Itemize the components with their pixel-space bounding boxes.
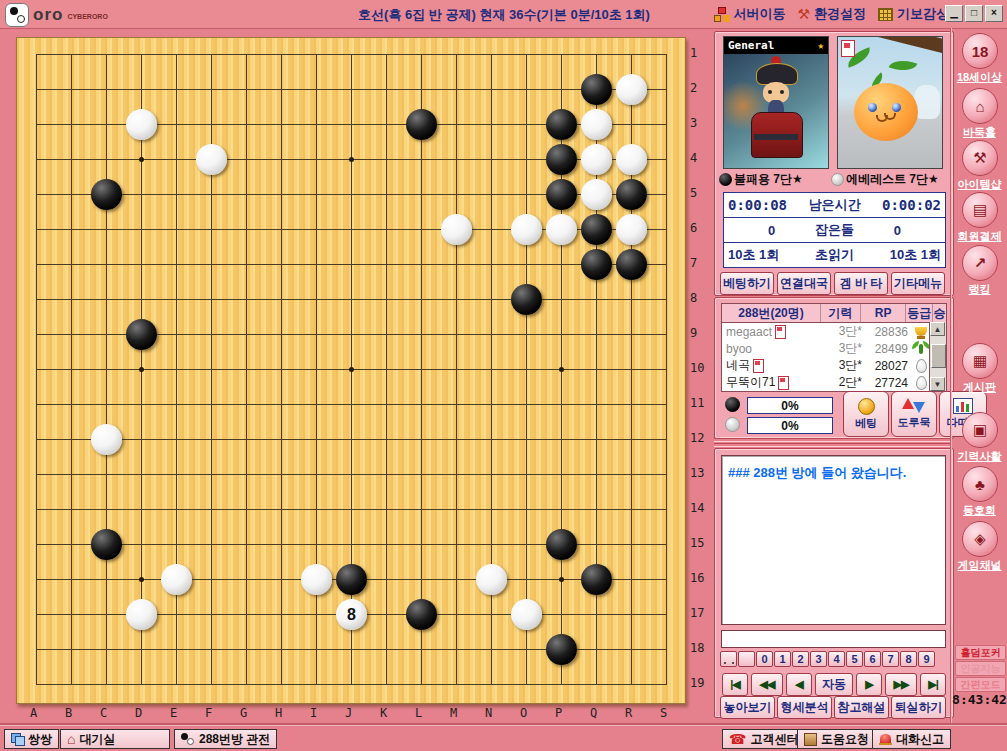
rail-label-게시판[interactable]: 게시판	[952, 380, 1007, 395]
stone-P6-white	[546, 214, 577, 245]
grid-line	[36, 404, 667, 405]
nav-first-button[interactable]: |◀	[722, 673, 748, 696]
col-rank: 기력	[821, 304, 861, 322]
nav-auto-button[interactable]: 자동	[815, 673, 853, 696]
digit-button-4[interactable]: 4	[828, 651, 845, 667]
player-row-megaact[interactable]: megaact3단*28836	[722, 323, 946, 340]
chat-input[interactable]	[721, 630, 946, 648]
oro-logo-icon	[5, 3, 29, 27]
player-rank: 3단*	[822, 323, 862, 340]
col-label-G: G	[240, 706, 247, 720]
rail-label-바둑홀[interactable]: 바둑홀	[952, 125, 1007, 140]
grid-line	[526, 54, 527, 685]
white-player-avatar	[837, 36, 943, 169]
replay-nav: |◀ ◀◀ ◀ 자동 ▶ ▶▶ ▶|	[722, 673, 946, 696]
tab-lobby[interactable]: ⌂ 대기실	[60, 729, 170, 749]
digit-button-1[interactable]: 1	[774, 651, 791, 667]
rail-icon-회원결제: ▤	[962, 192, 998, 228]
rail-icon-게임채널: ◈	[962, 521, 998, 557]
room-button-2[interactable]: 겜 바 타	[834, 272, 888, 295]
stone-L17-black	[406, 599, 437, 630]
oro-logo: oro CYBERORO	[5, 3, 108, 27]
remaining-time-label: 남은시간	[809, 196, 861, 214]
stone-O6-white	[511, 214, 542, 245]
player-rank: 3단*	[822, 340, 862, 357]
rail-3[interactable]: ⚒	[957, 140, 1003, 176]
scroll-thumb[interactable]	[931, 344, 946, 368]
row-label-15: 15	[690, 536, 704, 550]
room-panel: 288번(20명) 기력 RP 등급 승 megaact3단*28836byoo…	[714, 297, 954, 439]
stone-Q6-black	[581, 214, 612, 245]
digit-button-8[interactable]: 8	[900, 651, 917, 667]
network-icon	[714, 7, 729, 21]
avatar-title: General ★	[724, 37, 828, 54]
row-label-7: 7	[690, 256, 697, 270]
player-list-header: 288번(20명) 기력 RP 등급 승	[722, 304, 946, 323]
col-label-F: F	[205, 706, 212, 720]
tab-ssang-ssang[interactable]: 쌍쌍	[4, 729, 59, 749]
player-list: 288번(20명) 기력 RP 등급 승 megaact3단*28836byoo…	[721, 303, 947, 392]
players-panel: General ★ 불패용 7단★ 에베레스트 7단★	[714, 31, 954, 296]
general-character-image	[724, 54, 828, 168]
col-label-P: P	[555, 706, 562, 720]
rail-label-게임채널[interactable]: 게임채널	[952, 558, 1007, 573]
mobile-icon	[753, 359, 764, 373]
row-label-19: 19	[690, 676, 704, 690]
minimize-button[interactable]: ▁	[945, 5, 963, 22]
mobile-badge-icon	[841, 40, 855, 57]
star-point	[349, 157, 354, 162]
player-row-무뚝이71[interactable]: 무뚝이712단*27724	[722, 374, 946, 391]
row-label-10: 10	[690, 361, 704, 375]
col-label-C: C	[100, 706, 107, 720]
logo-sub: CYBERORO	[67, 13, 107, 20]
rail-icon-동호회: ♣	[962, 466, 998, 502]
rail-icon-바둑홀: ⌂	[962, 88, 998, 124]
mobile-icon	[778, 376, 789, 390]
stone-P5-black	[546, 179, 577, 210]
stone-I16-white	[301, 564, 332, 595]
digit-button-9[interactable]: 9	[918, 651, 935, 667]
digit-button-2[interactable]: 2	[792, 651, 809, 667]
record-grid-icon	[878, 8, 893, 21]
player-name: 네곡	[722, 357, 822, 374]
orange-character-image	[838, 37, 942, 168]
mobile-icon	[775, 325, 786, 339]
maximize-button[interactable]: □	[965, 5, 983, 22]
go-stones-icon	[181, 733, 195, 745]
white-remaining-time: 0:00:02	[882, 197, 941, 213]
rail-button-간편모드[interactable]: 간편모드	[955, 677, 1006, 692]
col-label-H: H	[275, 706, 282, 720]
stone-D17-white	[126, 599, 157, 630]
customer-center-button[interactable]: ☎ 고객센터	[722, 729, 805, 749]
try-moves-button[interactable]: 놓아보기	[720, 696, 775, 719]
go-board[interactable]: 8	[16, 37, 686, 704]
col-label-A: A	[30, 706, 37, 720]
grid-line	[36, 439, 667, 440]
stone-L3-black	[406, 109, 437, 140]
row-label-13: 13	[690, 466, 704, 480]
help-icon	[804, 733, 817, 746]
black-remaining-time: 0:00:08	[728, 197, 787, 213]
white-stone-icon	[725, 417, 740, 432]
go-client-window: oro CYBERORO 호선(흑 6집 반 공제) 현재 36수(기본 0분/…	[0, 0, 1007, 751]
stone-Q2-black	[581, 74, 612, 105]
white-captures: 0	[894, 223, 941, 238]
divider	[714, 443, 952, 447]
system-clock: 8:43:42	[952, 692, 1007, 707]
nav-back-button[interactable]: ◀	[786, 673, 812, 696]
digit-button-7[interactable]: 7	[882, 651, 899, 667]
stone-P15-black	[546, 529, 577, 560]
stone-Q7-black	[581, 249, 612, 280]
chat-message: ### 288번 방에 들어 왔습니다.	[728, 465, 906, 480]
report-chat-button[interactable]: 대화신고	[872, 729, 951, 749]
stone-R6-white	[616, 214, 647, 245]
player-name: megaact	[722, 325, 822, 339]
player-rp: 28027	[862, 359, 908, 373]
stone-R2-white	[616, 74, 647, 105]
game-title: 호선(흑 6집 반 공제) 현재 36수(기본 0분/10초 1회)	[254, 6, 754, 24]
stone-R4-white	[616, 144, 647, 175]
up-down-arrows-icon	[902, 398, 926, 414]
stone-D9-black	[126, 319, 157, 350]
rail-6[interactable]: ▦	[957, 343, 1003, 379]
white-bet-percent[interactable]	[747, 417, 833, 434]
col-label-I: I	[310, 706, 317, 720]
menu-server-move[interactable]: 서버이동	[714, 5, 785, 23]
col-label-N: N	[485, 706, 492, 720]
bet-button[interactable]: 베팅	[843, 391, 889, 437]
col-label-B: B	[65, 706, 72, 720]
emoticon-bear-button[interactable]	[720, 651, 737, 667]
rail-label-동호회[interactable]: 동호회	[952, 503, 1007, 518]
room-button-0[interactable]: 베팅하기	[720, 272, 774, 295]
stone-Q3-white	[581, 109, 612, 140]
scroll-down-button[interactable]: ▼	[930, 377, 945, 391]
row-label-5: 5	[690, 186, 697, 200]
grid-line	[386, 54, 387, 685]
star-point	[139, 157, 144, 162]
rail-button-홀덤포커[interactable]: 홀덤포커	[955, 645, 1006, 660]
grid-line	[36, 509, 667, 510]
row-label-4: 4	[690, 151, 697, 165]
stone-Q4-white	[581, 144, 612, 175]
room-button-1[interactable]: 연결대국	[777, 272, 831, 295]
stone-E16-white	[161, 564, 192, 595]
black-stone-icon	[725, 397, 740, 412]
divider	[714, 438, 952, 442]
menu-game-records[interactable]: 기보감상	[878, 5, 949, 23]
rail-label-랭킹[interactable]: 랭킹	[952, 282, 1007, 297]
stone-P4-black	[546, 144, 577, 175]
white-player-name: 에베레스트 7단★	[831, 171, 939, 188]
stone-J17-white: 8	[336, 599, 367, 630]
stone-C15-black	[91, 529, 122, 560]
trophy-icon	[915, 327, 927, 336]
rail-1[interactable]: 18	[957, 33, 1003, 69]
black-bet-percent[interactable]	[747, 397, 833, 414]
digit-button-5[interactable]: 5	[846, 651, 863, 667]
rail-7[interactable]: ▣	[957, 412, 1003, 448]
black-player-avatar: General ★	[723, 36, 829, 169]
leave-room-button[interactable]: 퇴실하기	[891, 696, 946, 719]
rail-8[interactable]: ♣	[957, 466, 1003, 502]
col-label-S: S	[660, 706, 667, 720]
col-label-J: J	[345, 706, 352, 720]
rail-label-18세이상[interactable]: 18세이상	[952, 70, 1007, 85]
player-rank: 2단*	[822, 374, 862, 391]
col-wins: 승	[933, 304, 946, 322]
black-byoyomi: 10초 1회	[728, 246, 779, 264]
rail-2[interactable]: ⌂	[957, 88, 1003, 124]
col-label-L: L	[415, 706, 422, 720]
digit-button-0[interactable]: 0	[756, 651, 773, 667]
rail-label-기력사활[interactable]: 기력사활	[952, 449, 1007, 464]
player-row-byoo[interactable]: byoo3단*28499	[722, 340, 946, 357]
egg-icon	[916, 376, 927, 390]
player-rp: 28836	[862, 325, 908, 339]
row-label-16: 16	[690, 571, 704, 585]
row-label-17: 17	[690, 606, 704, 620]
row-label-1: 1	[690, 46, 697, 60]
rail-5[interactable]: ↗	[957, 245, 1003, 281]
stone-C12-white	[91, 424, 122, 455]
row-label-12: 12	[690, 431, 704, 445]
player-name: 무뚝이71	[722, 374, 822, 391]
tools-icon: ⚒	[797, 7, 810, 21]
rail-9[interactable]: ◈	[957, 521, 1003, 557]
game-clock: 0:00:08 남은시간 0:00:02 0 잡은돌 0 10초 1회 초읽기 …	[723, 192, 946, 268]
grid-line	[36, 684, 667, 685]
player-names: 불패용 7단★ 에베레스트 7단★	[719, 171, 949, 188]
stone-F4-white	[196, 144, 227, 175]
remaining-time-row: 0:00:08 남은시간 0:00:02	[724, 193, 945, 218]
grid-line	[36, 474, 667, 475]
nav-back10-button[interactable]: ◀◀	[751, 673, 783, 696]
rail-icon-아이템샵: ⚒	[962, 140, 998, 176]
logo-brand: oro	[33, 5, 63, 25]
undo-bet-button[interactable]: 도루묵	[891, 391, 937, 437]
digit-button-3[interactable]: 3	[810, 651, 827, 667]
chat-log[interactable]: ### 288번 방에 들어 왔습니다.	[721, 455, 946, 625]
col-label-D: D	[135, 706, 142, 720]
star-point	[349, 367, 354, 372]
star-point	[559, 367, 564, 372]
reference-commentary-button[interactable]: 참고해설	[834, 696, 889, 719]
close-button[interactable]: ×	[985, 5, 1003, 22]
nav-forward-button[interactable]: ▶	[856, 673, 882, 696]
grid-line	[666, 54, 667, 685]
rail-icon-랭킹: ↗	[962, 245, 998, 281]
row-label-14: 14	[690, 501, 704, 515]
sprout-icon	[919, 344, 923, 354]
stone-O17-white	[511, 599, 542, 630]
help-request-button[interactable]: 도움요청	[797, 729, 876, 749]
star-icon: ★	[817, 39, 824, 52]
stone-Q5-white	[581, 179, 612, 210]
stone-C5-black	[91, 179, 122, 210]
rail-4[interactable]: ▤	[957, 192, 1003, 228]
player-rp: 27724	[862, 376, 908, 390]
row-label-9: 9	[690, 326, 697, 340]
col-room: 288번(20명)	[722, 304, 821, 322]
row-label-6: 6	[690, 221, 697, 235]
row-label-2: 2	[690, 81, 697, 95]
col-label-O: O	[520, 706, 527, 720]
grid-line	[421, 54, 422, 685]
house-icon: ⌂	[67, 733, 75, 745]
stone-P18-black	[546, 634, 577, 665]
grid-line	[456, 54, 457, 685]
player-rank: 3단*	[822, 357, 862, 374]
stone-N16-white	[476, 564, 507, 595]
chat-panel: ### 288번 방에 들어 왔습니다. 0123456789 |◀ ◀◀ ◀ …	[714, 448, 954, 718]
cards-icon	[11, 733, 24, 745]
stone-R7-black	[616, 249, 647, 280]
stone-O8-black	[511, 284, 542, 315]
rail-icon-게시판: ▦	[962, 343, 998, 379]
stone-Q16-black	[581, 564, 612, 595]
col-label-R: R	[625, 706, 632, 720]
row-label-18: 18	[690, 641, 704, 655]
col-label-K: K	[380, 706, 387, 720]
white-stone-icon	[831, 173, 844, 186]
player-name: byoo	[722, 342, 822, 356]
coin-icon	[858, 398, 875, 415]
row-label-8: 8	[690, 291, 697, 305]
black-stone-icon	[719, 173, 732, 186]
stone-P3-black	[546, 109, 577, 140]
stone-M6-white	[441, 214, 472, 245]
stone-D3-white	[126, 109, 157, 140]
rail-icon-18세이상: 18	[962, 33, 998, 69]
white-byoyomi: 10초 1회	[890, 246, 941, 264]
digit-button-6[interactable]: 6	[864, 651, 881, 667]
title-menu: 서버이동 ⚒ 환경설정 기보감상	[714, 5, 949, 23]
star-point	[139, 367, 144, 372]
col-rp: RP	[861, 304, 907, 322]
stone-J16-black	[336, 564, 367, 595]
col-label-Q: Q	[590, 706, 597, 720]
black-player-name: 불패용 7단★	[719, 171, 831, 188]
scroll-up-button[interactable]: ▲	[930, 322, 945, 336]
nav-forward10-button[interactable]: ▶▶	[885, 673, 917, 696]
star-point	[139, 577, 144, 582]
captures-label: 잡은돌	[815, 221, 854, 239]
player-rp: 28499	[862, 342, 908, 356]
col-label-M: M	[450, 706, 457, 720]
stone-R5-black	[616, 179, 647, 210]
player-row-네곡[interactable]: 네곡3단*28027	[722, 357, 946, 374]
rail-button-인공지능[interactable]: 인공지능	[955, 661, 1006, 676]
position-analysis-button[interactable]: 형세분석	[777, 696, 832, 719]
byoyomi-row: 10초 1회 초읽기 10초 1회	[724, 243, 945, 267]
black-captures: 0	[728, 223, 775, 238]
emoticon-flower-button[interactable]	[738, 651, 755, 667]
window-controls: ▁ □ ×	[945, 5, 1003, 22]
captures-row: 0 잡은돌 0	[724, 218, 945, 243]
byoyomi-label: 초읽기	[815, 246, 854, 264]
star-point	[559, 577, 564, 582]
menu-settings[interactable]: ⚒ 환경설정	[797, 5, 866, 23]
nav-last-button[interactable]: ▶|	[920, 673, 946, 696]
row-label-3: 3	[690, 116, 697, 130]
rail-icon-기력사활: ▣	[962, 412, 998, 448]
taskbar: 쌍쌍 ⌂ 대기실 288번방 관전 ☎ 고객센터 도움요청 대화신고 ◄	[0, 725, 1007, 751]
titlebar: oro CYBERORO 호선(흑 6집 반 공제) 현재 36수(기본 0분/…	[0, 0, 1007, 29]
tab-room-288-spectate[interactable]: 288번방 관전	[174, 729, 277, 749]
rail-label-회원결제[interactable]: 회원결제	[952, 229, 1007, 244]
phone-icon: ☎	[729, 733, 746, 745]
rail-label-아이템샵[interactable]: 아이템샵	[952, 177, 1007, 192]
room-button-3[interactable]: 기타메뉴	[891, 272, 945, 295]
player-list-scrollbar[interactable]: ▲ ▼	[929, 322, 946, 391]
col-label-E: E	[170, 706, 177, 720]
egg-icon	[916, 359, 927, 373]
siren-icon	[879, 734, 892, 745]
row-label-11: 11	[690, 396, 704, 410]
col-grade: 등급	[906, 304, 933, 322]
